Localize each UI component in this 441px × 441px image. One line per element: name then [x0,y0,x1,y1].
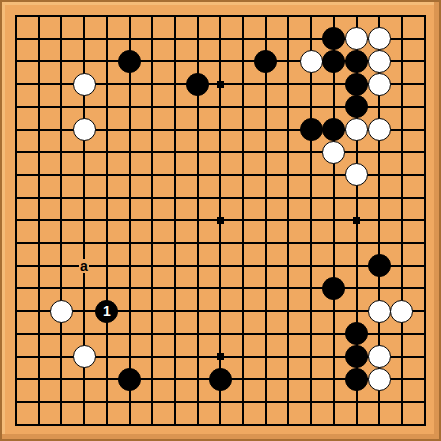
black-stone: 1 [95,300,118,323]
black-stone [345,368,368,391]
white-stone [390,300,413,323]
black-stone [186,73,209,96]
white-stone [345,163,368,186]
white-stone [368,345,391,368]
white-stone [368,118,391,141]
white-stone [73,73,96,96]
white-stone [73,345,96,368]
stone-move-number: 1 [103,304,111,318]
white-stone [300,50,323,73]
white-stone [368,50,391,73]
screenshot: 1a [0,0,441,441]
black-stone [345,95,368,118]
black-stone [322,118,345,141]
white-stone [345,118,368,141]
white-stone [322,141,345,164]
board-stones-layer: 1a [16,16,425,425]
black-stone [118,50,141,73]
black-stone [118,368,141,391]
black-stone [300,118,323,141]
black-stone [345,50,368,73]
go-board: 1a [0,0,441,441]
black-stone [322,277,345,300]
white-stone [50,300,73,323]
black-stone [209,368,232,391]
white-stone [368,368,391,391]
white-stone [368,300,391,323]
white-stone [368,27,391,50]
black-stone [345,322,368,345]
white-stone [368,73,391,96]
black-stone [345,345,368,368]
black-stone [368,254,391,277]
white-stone [73,118,96,141]
black-stone [254,50,277,73]
black-stone [322,50,345,73]
white-stone [345,27,368,50]
black-stone [345,73,368,96]
black-stone [322,27,345,50]
point-letter-marker: a [79,259,89,273]
